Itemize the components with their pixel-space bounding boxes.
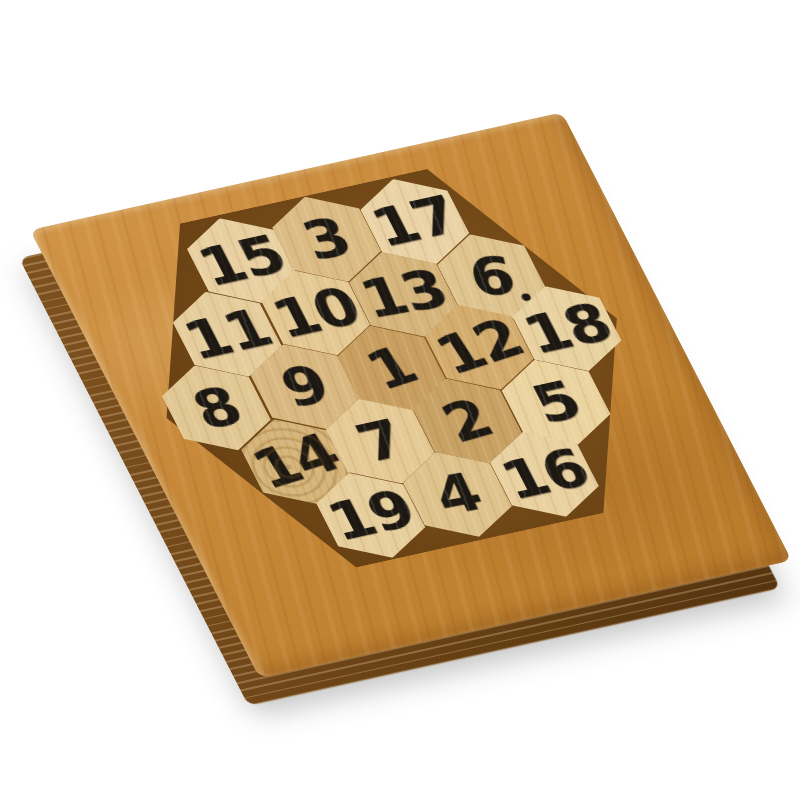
tile-number: 8 <box>184 379 249 437</box>
tile-number: 18 <box>515 295 619 362</box>
product-photo: 15317111013689112181472519416 <box>0 0 800 800</box>
tile-number: 10 <box>264 279 368 346</box>
tiles-layer: 15317111013689112181472519416 <box>30 112 562 230</box>
tile-number: 2 <box>434 391 501 450</box>
tile-number: 17 <box>363 188 467 255</box>
tile-number: 16 <box>493 441 597 508</box>
tile-number: 11 <box>175 301 279 368</box>
tile-number: 9 <box>274 358 336 415</box>
tile-number: 19 <box>319 482 423 549</box>
tile-number: 4 <box>426 466 489 524</box>
tile-number: 1 <box>357 338 426 398</box>
tile-number: 6 <box>465 250 519 303</box>
tile-number: 5 <box>524 373 589 431</box>
tile-number: 13 <box>352 262 454 326</box>
tile-number: 3 <box>295 210 358 268</box>
tile-number: 7 <box>348 412 413 470</box>
